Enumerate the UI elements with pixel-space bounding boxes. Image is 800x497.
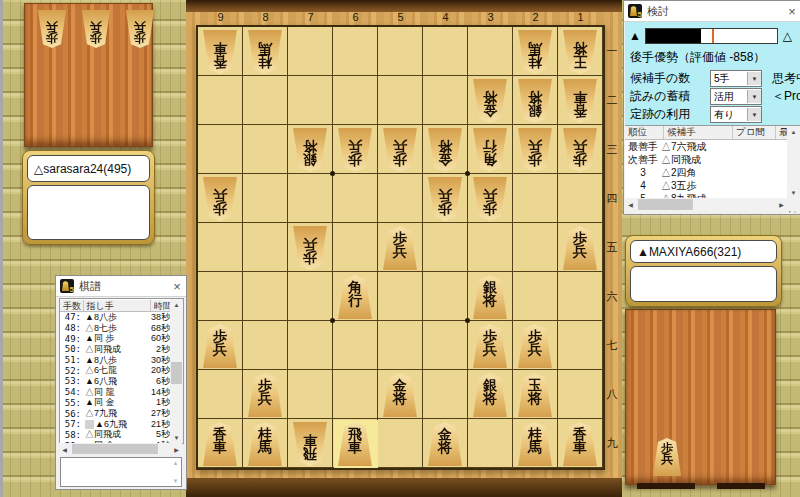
chevron-down-icon[interactable]: ▼ [747,90,761,103]
scroll-right-icon[interactable]: ▶ [171,443,182,455]
gote-piece-stand[interactable]: 歩兵歩兵歩兵 [24,3,153,147]
evaluation-fill [646,29,701,43]
board-panel-bottom-band [186,478,622,497]
evaluation-text: 後手優勢（評価値 -858） [630,49,765,66]
dropdown-value: 有り [711,108,747,122]
evaluation-center-marker [712,29,714,43]
candidate-list[interactable]: 最善手△7六飛成次善手△同飛成3△2四角4△3五歩5△8九飛成 [625,140,800,198]
move-number: 55: [60,398,81,408]
move-number: 49: [60,334,81,344]
move-number: 58: [60,430,81,440]
kifu-comment-box[interactable]: ▲ ▼ [60,457,182,487]
file-label-8: 8 [243,11,288,23]
move-number: 47: [60,312,81,322]
rank-label-4: 四 [604,174,620,223]
sente-player-plate: ▲MAXIYA666(321) [625,235,782,307]
app-icon: 5 [628,4,642,18]
kifu-horizontal-scrollbar[interactable]: ◀ ▶ [59,443,182,455]
gote-hand-piece[interactable]: 歩兵 [125,10,155,48]
move-number: 56: [60,409,81,419]
move-number: 52: [60,366,81,376]
candidate-table-header: 順位候補手プロ間最 [625,126,800,140]
candidate-rank: 3 [625,167,661,178]
piece-kanji: 桂馬 [528,30,542,68]
candidate-move: △7六飛成 [661,140,727,154]
candidate-horizontal-scrollbar[interactable]: ◀ ▶ [625,198,800,211]
candidate-move: △3五歩 [661,179,727,193]
dropdown-value: 活用 [711,90,747,104]
analysis-panel: ▲ △ 後手優勢（評価値 -858） 候補手の数5手▼思考中読みの蓄積活用▼＜P… [625,22,800,125]
piece-kanji: 香車 [573,428,587,466]
rank-label-1: 一 [604,27,620,76]
file-label-1: 1 [558,11,603,23]
candidate-row[interactable]: 4△3五歩 [625,179,800,192]
piece-kanji: 歩兵 [393,232,407,270]
close-icon[interactable]: × [783,4,800,19]
scrollbar-thumb[interactable] [72,444,158,454]
kifu-column-header: 指し手 [84,299,151,311]
piece-kanji: 金将 [483,79,497,117]
candidate-move: △同飛成 [661,153,727,167]
sente-piece-stand[interactable]: 歩兵 [625,309,776,485]
piece-kanji: 歩兵 [46,10,58,43]
rank-label-6: 六 [604,272,620,321]
piece-kanji: 歩兵 [483,330,497,368]
piece-kanji: 飛車 [348,428,362,466]
screen: 987654321 一二三四五六七八九 香車桂馬桂馬王将金将銀将香車銀将歩兵歩兵… [0,0,800,497]
move-number: 51: [60,355,81,365]
rank-label-7: 七 [604,321,620,370]
piece-kanji: 金将 [438,128,452,166]
piece-kanji: 歩兵 [483,177,497,215]
star-point [465,318,470,323]
chevron-down-icon[interactable]: ▼ [747,108,761,121]
scroll-right-icon[interactable]: ▶ [776,198,787,211]
piece-kanji: 金将 [438,428,452,466]
piece-kanji: 銀将 [528,79,542,117]
rank-label-3: 三 [604,125,620,174]
star-point [330,171,335,176]
move-number: 53: [60,376,81,386]
file-label-9: 9 [198,11,243,23]
evaluation-bar-row: ▲ △ [629,28,799,44]
piece-kanji: 歩兵 [438,177,452,215]
piece-kanji: 歩兵 [90,10,102,43]
star-point [330,318,335,323]
piece-kanji: 歩兵 [393,128,407,166]
scroll-up-icon[interactable]: ▲ [787,126,800,137]
file-label-4: 4 [423,11,468,23]
piece-kanji: 銀将 [483,281,497,319]
engine-status-text: ＜Pro＞ [772,88,800,105]
kifu-column-header: 手数 [60,299,84,311]
candidate-column-header: 候補手 [664,126,733,139]
kifu-window: 5 棋譜 × 手数指し手時間 47:▲8八歩38秒48:△8七歩68秒49:▲同… [55,275,187,490]
analysis-window-title: 検討 [647,4,783,19]
evaluation-bar [645,28,778,44]
setting-dropdown[interactable]: 有り▼ [710,106,762,123]
shogi-piece-icon [630,6,637,16]
move-number: 57: [60,419,81,429]
shogi-piece-icon [62,281,69,291]
piece-kanji: 金将 [393,379,407,417]
shogi-board[interactable]: 香車桂馬桂馬王将金将銀将香車銀将歩兵歩兵金将角行歩兵歩兵歩兵歩兵歩兵歩兵歩兵歩兵… [196,25,605,470]
piece-kanji: 歩兵 [303,226,317,264]
analysis-window: 5 検討 × ▲ △ 後手優勢（評価値 -858） 候補手の数5手▼思考中読みの… [623,0,800,215]
piece-kanji: 歩兵 [573,232,587,270]
kifu-vertical-scrollbar[interactable]: ▲ ▼ [170,299,183,443]
piece-kanji: 王将 [573,30,587,68]
setting-dropdown[interactable]: 活用▼ [710,88,762,105]
rank-label-8: 八 [604,370,620,419]
candidate-table[interactable]: 順位候補手プロ間最 最善手△7六飛成次善手△同飛成3△2四角4△3五歩5△8九飛… [625,125,800,198]
kifu-table-header: 手数指し手時間 [60,299,183,312]
piece-kanji: 香車 [573,79,587,117]
stand-foot-right [717,483,765,489]
stand-foot-left [637,483,695,489]
piece-kanji: 歩兵 [213,177,227,215]
candidate-rank: 最善手 [625,140,661,154]
gote-player-plate: △sarasara24(495) [22,150,155,245]
dropdown-value: 5手 [711,72,747,86]
analysis-setting-row: 定跡の利用有り▼ [630,106,762,123]
current-move-marker [85,420,94,429]
candidate-column-header: プロ間 [733,126,776,139]
piece-kanji: 歩兵 [348,128,362,166]
piece-kanji: 銀将 [303,128,317,166]
scroll-down-icon[interactable]: ▼ [787,187,800,198]
piece-kanji: 歩兵 [573,128,587,166]
app-icon-number: 5 [638,10,642,19]
candidate-row[interactable]: 最善手△7六飛成 [625,140,800,153]
setting-dropdown[interactable]: 5手▼ [710,70,762,87]
candidate-vertical-scrollbar[interactable]: ▲ ▼ [787,126,800,198]
scroll-up-icon[interactable]: ▲ [170,299,183,310]
piece-kanji: 角行 [483,128,497,166]
kifu-move-table[interactable]: 手数指し手時間 47:▲8八歩38秒48:△8七歩68秒49:▲同 歩60秒50… [59,298,184,444]
scroll-up-icon[interactable]: ▲ [171,460,180,466]
kifu-window-title: 棋譜 [79,279,168,294]
scrollbar-thumb[interactable] [638,199,693,210]
app-icon-number: 5 [70,285,74,294]
move-number: 50: [60,344,81,354]
move-number: 54: [60,387,81,397]
rank-label-5: 五 [604,223,620,272]
piece-kanji: 香車 [213,30,227,68]
gote-player-name: △sarasara24(495) [27,155,150,182]
scroll-down-icon[interactable]: ▼ [171,478,180,484]
piece-kanji: 桂馬 [528,428,542,466]
candidate-move: △2四角 [661,166,727,180]
candidate-row[interactable]: 次善手△同飛成 [625,153,800,166]
sente-info-box [630,266,777,302]
piece-kanji: 銀将 [483,379,497,417]
gote-info-box [27,185,150,240]
piece-kanji: 飛車 [303,422,317,460]
setting-label: 読みの蓄積 [630,88,710,105]
piece-kanji: 玉将 [528,379,542,417]
file-label-6: 6 [333,11,378,23]
app-icon: 5 [60,279,74,293]
piece-kanji: 角行 [348,281,362,319]
chevron-down-icon[interactable]: ▼ [747,72,761,85]
kifu-move-list[interactable]: 47:▲8八歩38秒48:△8七歩68秒49:▲同 歩60秒50:△同飛成2秒5… [60,312,183,443]
candidate-row[interactable]: 3△2四角 [625,166,800,179]
gote-mark: △ [778,29,792,43]
candidate-column-header: 順位 [625,126,664,139]
file-label-7: 7 [288,11,333,23]
analysis-setting-row: 読みの蓄積活用▼＜Pro＞ [630,88,800,105]
scrollbar-thumb[interactable] [171,362,182,384]
piece-kanji: 歩兵 [258,379,272,417]
sente-player-name: ▲MAXIYA666(321) [630,240,777,263]
candidate-rank: 4 [625,180,661,191]
star-point [465,171,470,176]
piece-kanji: 香車 [213,428,227,466]
move-number: 48: [60,323,81,333]
analysis-setting-row: 候補手の数5手▼思考中 [630,70,800,87]
scroll-down-icon[interactable]: ▼ [170,432,183,443]
piece-kanji: 桂馬 [258,30,272,68]
scroll-left-icon[interactable]: ◀ [59,443,70,455]
file-label-3: 3 [468,11,513,23]
piece-kanji: 歩兵 [213,330,227,368]
kifu-titlebar[interactable]: 5 棋譜 × [56,276,186,297]
piece-kanji: 歩兵 [661,443,673,476]
file-label-2: 2 [513,11,558,23]
file-label-5: 5 [378,11,423,23]
piece-kanji: 歩兵 [528,128,542,166]
piece-kanji: 歩兵 [528,330,542,368]
setting-label: 定跡の利用 [630,106,710,123]
gote-hand-piece[interactable]: 歩兵 [81,10,111,48]
window-left-edge [0,0,3,497]
analysis-titlebar[interactable]: 5 検討 × [624,1,800,22]
piece-kanji: 歩兵 [134,10,146,43]
rank-label-2: 二 [604,76,620,125]
sente-mark: ▲ [629,29,645,43]
close-icon[interactable]: × [168,279,186,294]
rank-label-9: 九 [604,419,620,468]
scroll-left-icon[interactable]: ◀ [625,198,636,211]
piece-kanji: 桂馬 [258,428,272,466]
candidate-rank: 次善手 [625,153,661,167]
engine-status-text: 思考中 [772,70,800,87]
setting-label: 候補手の数 [630,70,710,87]
gote-hand-piece[interactable]: 歩兵 [37,10,67,48]
sente-hand-piece[interactable]: 歩兵 [652,438,682,476]
